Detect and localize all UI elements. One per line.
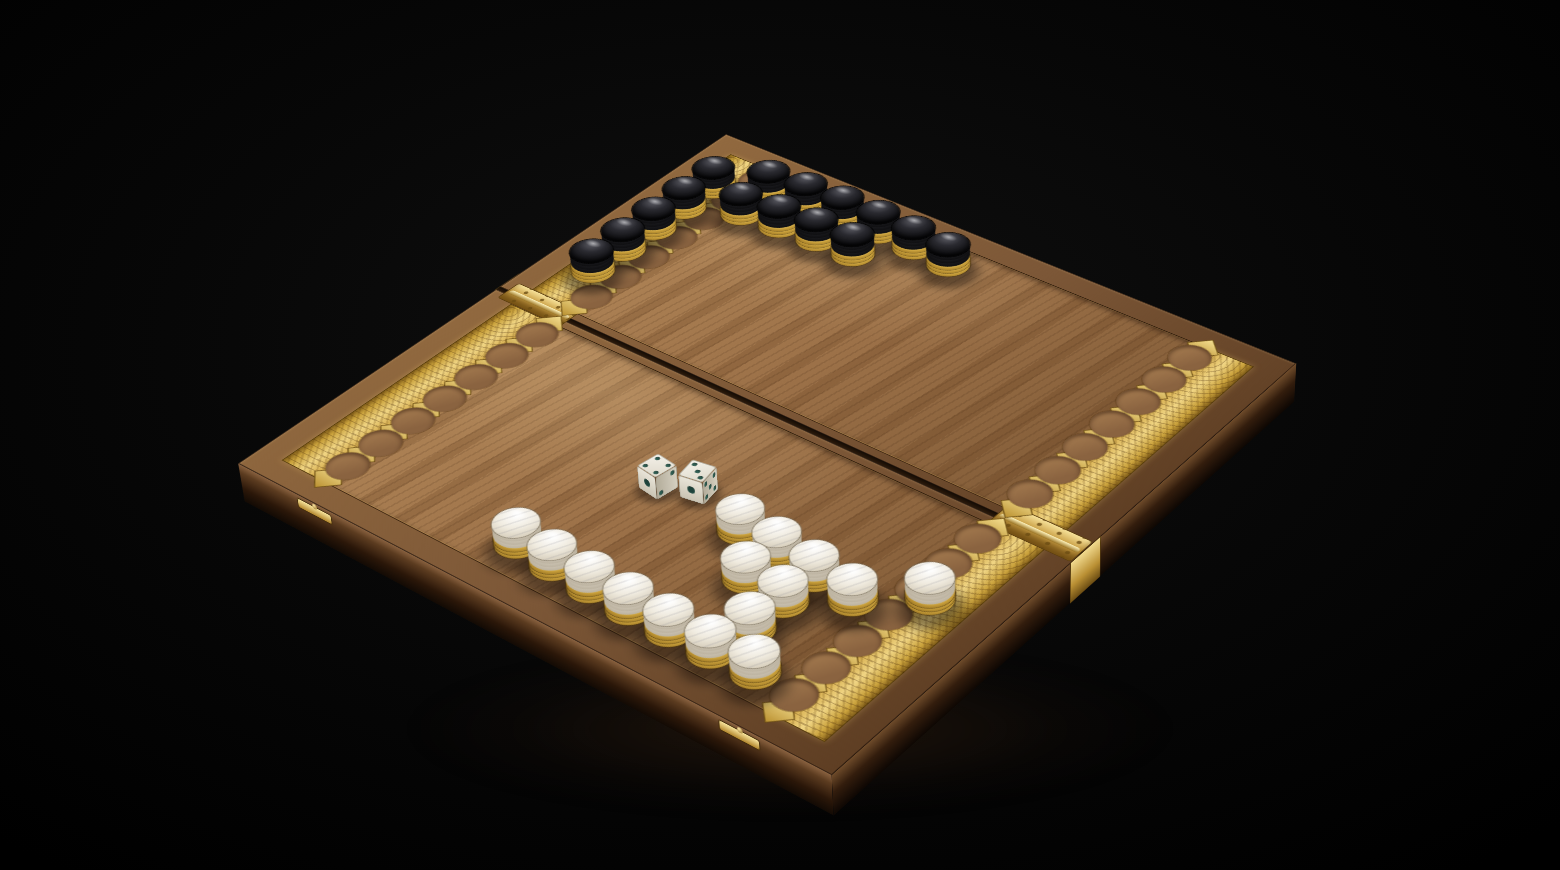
die-pip: [713, 484, 716, 491]
die[interactable]: [680, 482, 718, 505]
die-pip: [652, 470, 660, 475]
backgammon-case: [238, 134, 1296, 775]
photo-backdrop: [0, 0, 1560, 870]
die-pip: [654, 456, 662, 461]
die-pip: [644, 478, 650, 489]
die-pip: [697, 475, 704, 479]
die-pip: [694, 469, 701, 473]
points-band-far-left: [528, 154, 772, 311]
die-pip: [670, 469, 674, 476]
die-pip: [687, 485, 695, 494]
white-checker[interactable]: [720, 651, 792, 698]
die-pip: [642, 463, 650, 468]
die-pip: [691, 462, 698, 466]
die-pip: [659, 489, 663, 496]
perspective-wrapper: [0, 0, 1560, 870]
die[interactable]: [639, 476, 678, 500]
white-checker[interactable]: [818, 580, 888, 625]
die-pip: [709, 482, 712, 489]
die-pip: [704, 480, 707, 487]
die-pip: [664, 463, 672, 468]
die-pip: [705, 493, 708, 500]
die-pip: [713, 471, 716, 478]
